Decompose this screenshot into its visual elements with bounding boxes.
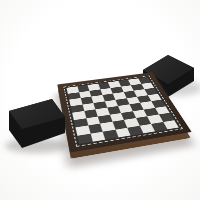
board-grid[interactable] xyxy=(66,77,178,144)
product-photo-stage xyxy=(0,0,200,200)
left-storage-box xyxy=(8,98,66,149)
